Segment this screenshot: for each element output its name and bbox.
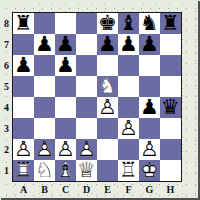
square-a7[interactable]	[13, 34, 34, 55]
black-piece-glyph: ♛	[160, 97, 181, 118]
square-g4[interactable]: ♟	[139, 97, 160, 118]
file-label-a: A	[13, 184, 34, 197]
square-b3[interactable]	[34, 118, 55, 139]
chess-board: ♜♚♝♞♜♟♟♟♟♟♟♟♞♘♟♙♟♛♟♙♟♙♟♙♟♙♟♙♟♙♜♖♞♘♝♗♛♕♜♖…	[12, 12, 182, 182]
rank-label-5: 5	[1, 76, 12, 97]
white-piece-outline: ♙	[139, 139, 160, 160]
white-knight[interactable]: ♞♘	[97, 76, 118, 97]
square-f7[interactable]: ♟	[118, 34, 139, 55]
square-d5[interactable]	[76, 76, 97, 97]
file-labels: ABCDEFGH	[13, 184, 181, 197]
white-piece-outline: ♕	[76, 160, 97, 181]
square-h4[interactable]: ♛	[160, 97, 181, 118]
square-g5[interactable]	[139, 76, 160, 97]
white-piece-outline: ♖	[118, 160, 139, 181]
black-piece-glyph: ♟	[139, 97, 160, 118]
black-queen[interactable]: ♛	[160, 97, 181, 118]
square-g1[interactable]: ♚♔	[139, 160, 160, 181]
square-b6[interactable]	[34, 55, 55, 76]
black-piece-glyph: ♝	[118, 13, 139, 34]
file-label-c: C	[55, 184, 76, 197]
white-rook[interactable]: ♜♖	[118, 160, 139, 181]
square-c5[interactable]	[55, 76, 76, 97]
black-piece-glyph: ♞	[139, 13, 160, 34]
square-f3[interactable]: ♟♙	[118, 118, 139, 139]
file-label-h: H	[160, 184, 181, 197]
white-pawn[interactable]: ♟♙	[139, 139, 160, 160]
black-pawn[interactable]: ♟	[97, 34, 118, 55]
rank-label-1: 1	[1, 160, 12, 181]
white-pawn[interactable]: ♟♙	[76, 139, 97, 160]
rank-label-2: 2	[1, 139, 12, 160]
black-pawn[interactable]: ♟	[139, 97, 160, 118]
black-piece-glyph: ♟	[55, 34, 76, 55]
white-piece-outline: ♙	[13, 139, 34, 160]
black-piece-glyph: ♟	[13, 55, 34, 76]
square-f8[interactable]: ♝	[118, 13, 139, 34]
square-c1[interactable]: ♝♗	[55, 160, 76, 181]
square-e6[interactable]	[97, 55, 118, 76]
square-f1[interactable]: ♜♖	[118, 160, 139, 181]
square-d1[interactable]: ♛♕	[76, 160, 97, 181]
square-a5[interactable]	[13, 76, 34, 97]
square-g6[interactable]	[139, 55, 160, 76]
rank-label-8: 8	[1, 13, 12, 34]
square-h3[interactable]	[160, 118, 181, 139]
square-c6[interactable]: ♟	[55, 55, 76, 76]
square-c8[interactable]	[55, 13, 76, 34]
file-label-f: F	[118, 184, 139, 197]
square-e3[interactable]	[97, 118, 118, 139]
rank-labels: 87654321	[1, 13, 12, 181]
square-h1[interactable]	[160, 160, 181, 181]
black-piece-glyph: ♜	[160, 13, 181, 34]
black-rook[interactable]: ♜	[13, 13, 34, 34]
white-knight[interactable]: ♞♘	[34, 160, 55, 181]
square-a3[interactable]	[13, 118, 34, 139]
white-pawn[interactable]: ♟♙	[13, 139, 34, 160]
square-f4[interactable]	[118, 97, 139, 118]
white-king[interactable]: ♚♔	[139, 160, 160, 181]
black-rook[interactable]: ♜	[160, 13, 181, 34]
file-label-e: E	[97, 184, 118, 197]
square-a8[interactable]: ♜	[13, 13, 34, 34]
white-queen[interactable]: ♛♕	[76, 160, 97, 181]
square-c3[interactable]	[55, 118, 76, 139]
white-pawn[interactable]: ♟♙	[34, 139, 55, 160]
white-bishop[interactable]: ♝♗	[55, 160, 76, 181]
rank-label-6: 6	[1, 55, 12, 76]
square-b8[interactable]	[34, 13, 55, 34]
square-e5[interactable]: ♞♘	[97, 76, 118, 97]
square-b4[interactable]	[34, 97, 55, 118]
black-pawn[interactable]: ♟	[55, 55, 76, 76]
black-knight[interactable]: ♞	[139, 13, 160, 34]
white-piece-outline: ♙	[55, 139, 76, 160]
square-h2[interactable]	[160, 139, 181, 160]
square-g8[interactable]: ♞	[139, 13, 160, 34]
square-e2[interactable]	[97, 139, 118, 160]
black-pawn[interactable]: ♟	[55, 34, 76, 55]
white-piece-outline: ♙	[97, 97, 118, 118]
square-c2[interactable]: ♟♙	[55, 139, 76, 160]
square-f2[interactable]	[118, 139, 139, 160]
square-g3[interactable]	[139, 118, 160, 139]
white-piece-outline: ♖	[13, 160, 34, 181]
square-d8[interactable]	[76, 13, 97, 34]
square-d4[interactable]	[76, 97, 97, 118]
square-a2[interactable]: ♟♙	[13, 139, 34, 160]
white-piece-outline: ♘	[34, 160, 55, 181]
white-piece-outline: ♙	[76, 139, 97, 160]
black-piece-glyph: ♟	[55, 55, 76, 76]
white-pawn[interactable]: ♟♙	[118, 118, 139, 139]
white-rook[interactable]: ♜♖	[13, 160, 34, 181]
square-h6[interactable]	[160, 55, 181, 76]
square-f5[interactable]	[118, 76, 139, 97]
square-b2[interactable]: ♟♙	[34, 139, 55, 160]
file-label-d: D	[76, 184, 97, 197]
black-piece-glyph: ♟	[34, 34, 55, 55]
rank-label-3: 3	[1, 118, 12, 139]
black-pawn[interactable]: ♟	[13, 55, 34, 76]
square-h8[interactable]: ♜	[160, 13, 181, 34]
file-label-g: G	[139, 184, 160, 197]
square-c4[interactable]	[55, 97, 76, 118]
square-b1[interactable]: ♞♘	[34, 160, 55, 181]
square-d2[interactable]: ♟♙	[76, 139, 97, 160]
black-piece-glyph: ♚	[97, 13, 118, 34]
white-piece-outline: ♘	[97, 76, 118, 97]
black-piece-glyph: ♟	[139, 34, 160, 55]
black-pawn[interactable]: ♟	[34, 34, 55, 55]
white-pawn[interactable]: ♟♙	[97, 97, 118, 118]
square-d3[interactable]	[76, 118, 97, 139]
black-pawn[interactable]: ♟	[139, 34, 160, 55]
square-a4[interactable]	[13, 97, 34, 118]
square-e1[interactable]	[97, 160, 118, 181]
black-bishop[interactable]: ♝	[118, 13, 139, 34]
white-piece-outline: ♙	[118, 118, 139, 139]
square-b5[interactable]	[34, 76, 55, 97]
square-e4[interactable]: ♟♙	[97, 97, 118, 118]
board-frame: 87654321 ♜♚♝♞♜♟♟♟♟♟♟♟♞♘♟♙♟♛♟♙♟♙♟♙♟♙♟♙♟♙♜…	[0, 0, 200, 200]
square-g2[interactable]: ♟♙	[139, 139, 160, 160]
black-pawn[interactable]: ♟	[118, 34, 139, 55]
square-a1[interactable]: ♜♖	[13, 160, 34, 181]
square-h7[interactable]	[160, 34, 181, 55]
black-piece-glyph: ♟	[97, 34, 118, 55]
square-e7[interactable]: ♟	[97, 34, 118, 55]
square-f6[interactable]	[118, 55, 139, 76]
square-h5[interactable]	[160, 76, 181, 97]
white-piece-outline: ♙	[34, 139, 55, 160]
square-g7[interactable]: ♟	[139, 34, 160, 55]
white-pawn[interactable]: ♟♙	[55, 139, 76, 160]
square-d6[interactable]	[76, 55, 97, 76]
square-d7[interactable]	[76, 34, 97, 55]
black-piece-glyph: ♜	[13, 13, 34, 34]
rank-label-4: 4	[1, 97, 12, 118]
white-piece-outline: ♗	[55, 160, 76, 181]
white-piece-outline: ♔	[139, 160, 160, 181]
square-c7[interactable]: ♟	[55, 34, 76, 55]
black-king[interactable]: ♚	[97, 13, 118, 34]
rank-label-7: 7	[1, 34, 12, 55]
square-b7[interactable]: ♟	[34, 34, 55, 55]
square-e8[interactable]: ♚	[97, 13, 118, 34]
square-a6[interactable]: ♟	[13, 55, 34, 76]
black-piece-glyph: ♟	[118, 34, 139, 55]
file-label-b: B	[34, 184, 55, 197]
